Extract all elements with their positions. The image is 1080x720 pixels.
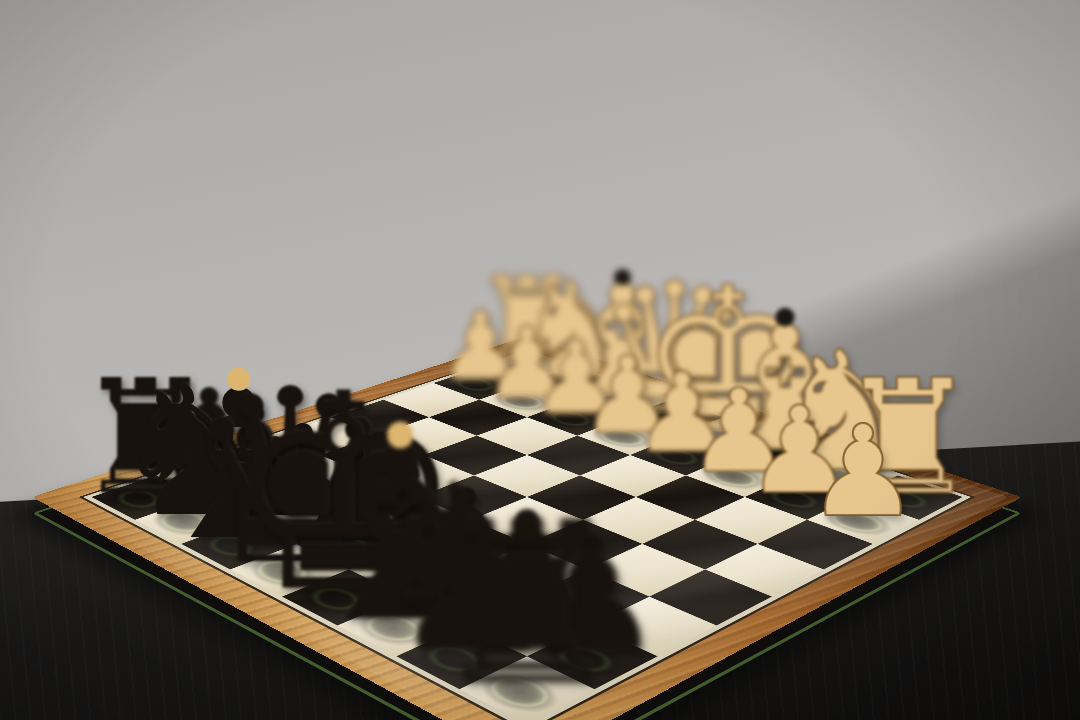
chess-set-photo-scene: ♜♞♝♛♚♝♞♜♟♟♟♟♟♟♟♟♟♟♟♟♟♟♟♟♜♞♝♛♚♝♞♜ [0,0,1080,720]
